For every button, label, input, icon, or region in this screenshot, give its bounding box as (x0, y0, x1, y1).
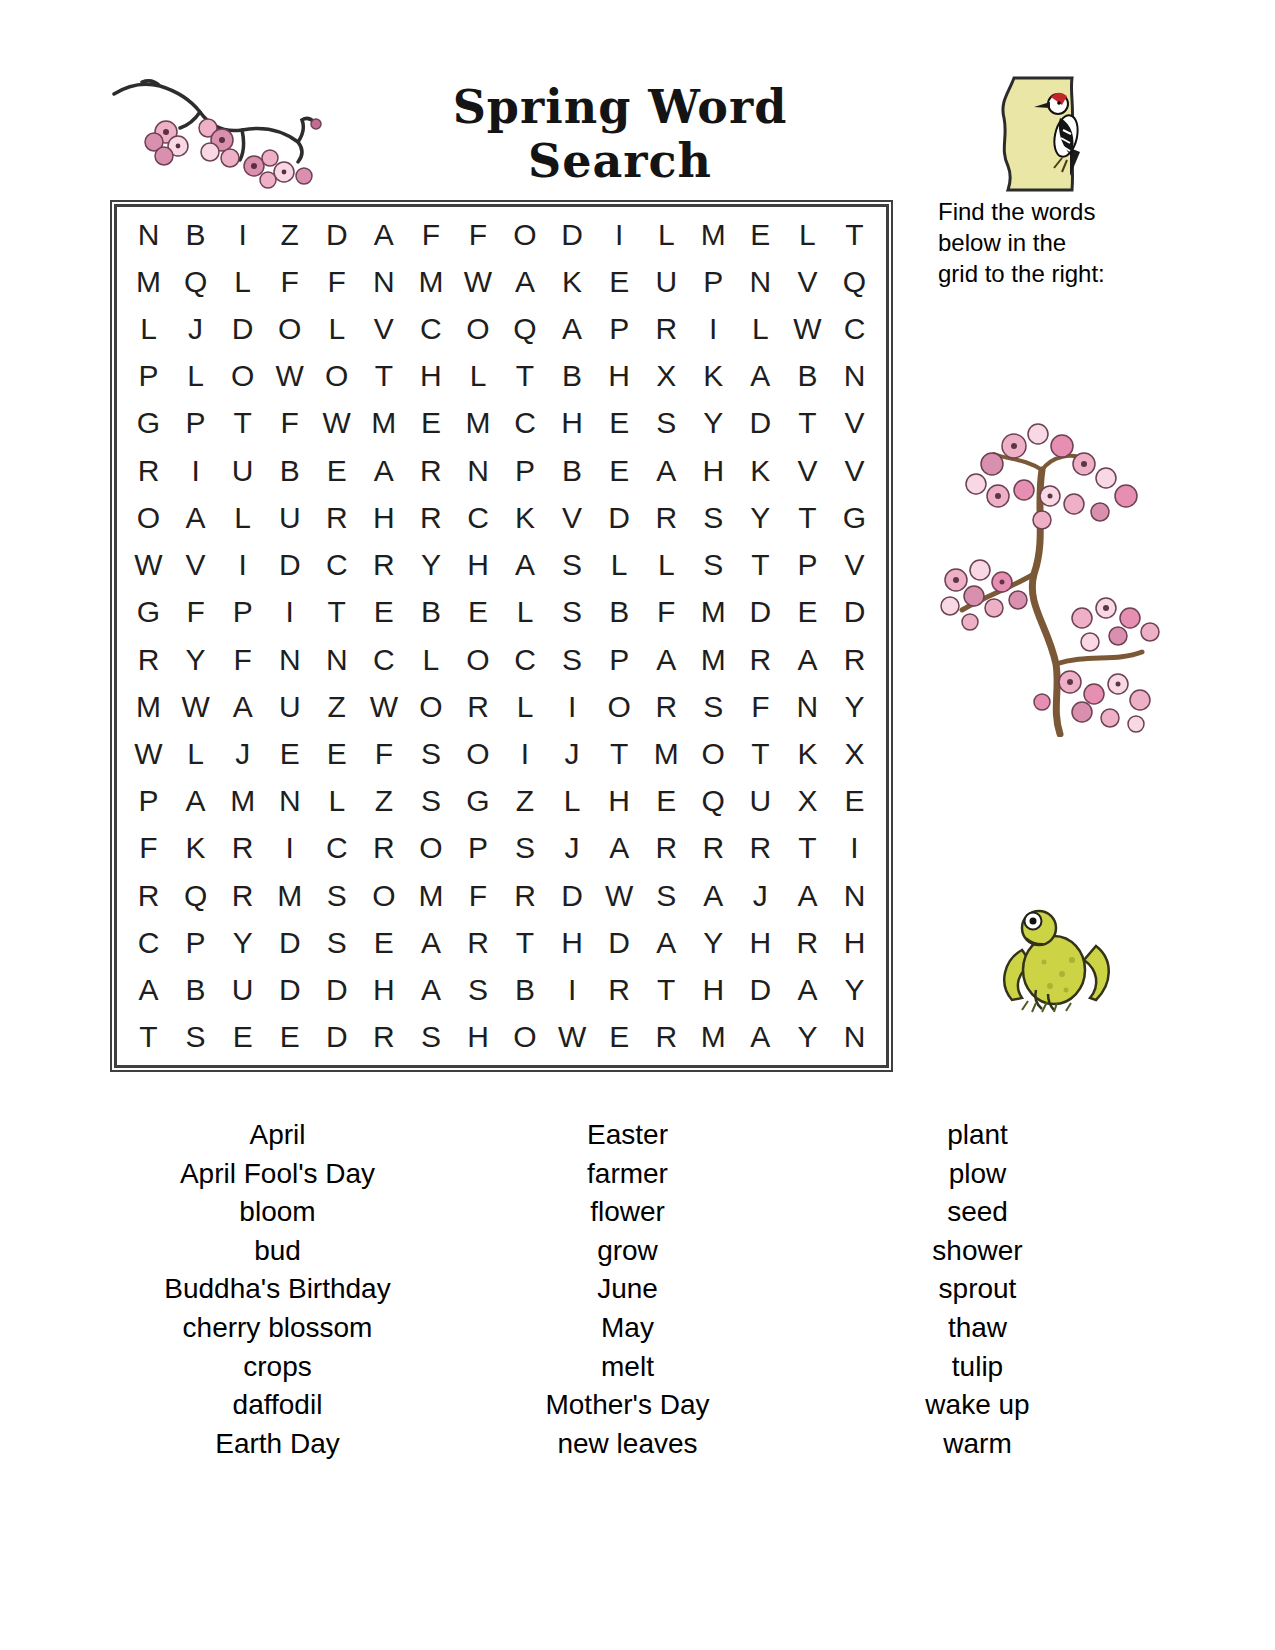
grid-cell-r10c7[interactable]: L (407, 636, 454, 683)
grid-cell-r12c15[interactable]: K (784, 730, 831, 777)
grid-cell-r17c13[interactable]: H (690, 967, 737, 1014)
grid-cell-r17c2[interactable]: B (172, 967, 219, 1014)
grid-cell-r11c11[interactable]: O (596, 683, 643, 730)
grid-cell-r5c2[interactable]: P (172, 400, 219, 447)
grid-cell-r1c5[interactable]: D (313, 211, 360, 258)
grid-cell-r2c10[interactable]: K (549, 258, 596, 305)
grid-cell-r16c4[interactable]: D (266, 919, 313, 966)
grid-cell-r1c2[interactable]: B (172, 211, 219, 258)
grid-cell-r2c7[interactable]: M (407, 258, 454, 305)
grid-cell-r18c9[interactable]: O (502, 1014, 549, 1061)
grid-cell-r15c11[interactable]: W (596, 872, 643, 919)
grid-cell-r3c6[interactable]: V (360, 305, 407, 352)
grid-cell-r5c4[interactable]: F (266, 400, 313, 447)
grid-cell-r2c16[interactable]: Q (831, 258, 878, 305)
grid-cell-r4c5[interactable]: O (313, 353, 360, 400)
grid-cell-r4c4[interactable]: W (266, 353, 313, 400)
grid-cell-r10c3[interactable]: F (219, 636, 266, 683)
grid-cell-r4c11[interactable]: H (596, 353, 643, 400)
word-item: warm (800, 1425, 1155, 1464)
grid-cell-r7c2[interactable]: A (172, 494, 219, 541)
grid-cell-r9c1[interactable]: G (125, 589, 172, 636)
grid-cell-r6c16[interactable]: V (831, 447, 878, 494)
grid-cell-r8c5[interactable]: C (313, 542, 360, 589)
grid-cell-r4c13[interactable]: K (690, 353, 737, 400)
grid-cell-r16c16[interactable]: H (831, 919, 878, 966)
grid-cell-r16c1[interactable]: C (125, 919, 172, 966)
word-item: new leaves (455, 1425, 800, 1464)
grid-cell-r9c13[interactable]: M (690, 589, 737, 636)
grid-cell-r17c10[interactable]: I (549, 967, 596, 1014)
grid-cell-r2c11[interactable]: E (596, 258, 643, 305)
grid-cell-r11c15[interactable]: N (784, 683, 831, 730)
grid-cell-r8c16[interactable]: V (831, 542, 878, 589)
grid-cell-r13c7[interactable]: S (407, 778, 454, 825)
grid-cell-r13c12[interactable]: E (643, 778, 690, 825)
grid-cell-r13c6[interactable]: Z (360, 778, 407, 825)
word-item: April Fool's Day (100, 1155, 455, 1194)
grid-cell-r13c13[interactable]: Q (690, 778, 737, 825)
word-list-column-1: AprilApril Fool's DaybloombudBuddha's Bi… (100, 1116, 455, 1463)
grid-cell-r14c15[interactable]: T (784, 825, 831, 872)
grid-cell-r16c6[interactable]: E (360, 919, 407, 966)
grid-cell-r15c4[interactable]: M (266, 872, 313, 919)
grid-cell-r3c5[interactable]: L (313, 305, 360, 352)
grid-cell-r15c10[interactable]: D (549, 872, 596, 919)
grid-cell-r18c7[interactable]: S (407, 1014, 454, 1061)
grid-cell-r18c4[interactable]: E (266, 1014, 313, 1061)
grid-cell-r10c2[interactable]: Y (172, 636, 219, 683)
grid-cell-r1c4[interactable]: Z (266, 211, 313, 258)
grid-cell-r16c8[interactable]: R (454, 919, 501, 966)
grid-cell-r11c12[interactable]: R (643, 683, 690, 730)
grid-cell-r12c2[interactable]: L (172, 730, 219, 777)
grid-cell-r15c15[interactable]: A (784, 872, 831, 919)
grid-cell-r11c13[interactable]: S (690, 683, 737, 730)
grid-cell-r13c4[interactable]: N (266, 778, 313, 825)
grid-cell-r2c12[interactable]: U (643, 258, 690, 305)
grid-cell-r17c3[interactable]: U (219, 967, 266, 1014)
grid-cell-r3c11[interactable]: P (596, 305, 643, 352)
grid-cell-r17c4[interactable]: D (266, 967, 313, 1014)
grid-cell-r1c1[interactable]: N (125, 211, 172, 258)
grid-cell-r8c10[interactable]: S (549, 542, 596, 589)
grid-cell-r5c3[interactable]: T (219, 400, 266, 447)
grid-cell-r12c11[interactable]: T (596, 730, 643, 777)
grid-cell-r6c3[interactable]: U (219, 447, 266, 494)
grid-cell-r11c8[interactable]: R (454, 683, 501, 730)
grid-cell-r5c16[interactable]: V (831, 400, 878, 447)
grid-cell-r10c16[interactable]: R (831, 636, 878, 683)
grid-cell-r15c13[interactable]: A (690, 872, 737, 919)
frog-illustration (982, 886, 1127, 1014)
grid-cell-r18c2[interactable]: S (172, 1014, 219, 1061)
grid-cell-r7c9[interactable]: K (502, 494, 549, 541)
grid-cell-r9c10[interactable]: S (549, 589, 596, 636)
grid-cell-r7c3[interactable]: L (219, 494, 266, 541)
instructions-text: Find the wordsbelow in thegrid to the ri… (938, 196, 1168, 289)
grid-cell-r3c14[interactable]: L (737, 305, 784, 352)
grid-cell-r11c5[interactable]: Z (313, 683, 360, 730)
grid-cell-r6c9[interactable]: P (502, 447, 549, 494)
grid-cell-r9c16[interactable]: D (831, 589, 878, 636)
grid-cell-r14c13[interactable]: R (690, 825, 737, 872)
grid-cell-r18c5[interactable]: D (313, 1014, 360, 1061)
grid-cell-r4c14[interactable]: A (737, 353, 784, 400)
grid-cell-r12c13[interactable]: O (690, 730, 737, 777)
grid-cell-r10c5[interactable]: N (313, 636, 360, 683)
grid-cell-r3c13[interactable]: I (690, 305, 737, 352)
grid-cell-r3c1[interactable]: L (125, 305, 172, 352)
grid-cell-r8c7[interactable]: Y (407, 542, 454, 589)
grid-cell-r10c1[interactable]: R (125, 636, 172, 683)
grid-cell-r3c12[interactable]: R (643, 305, 690, 352)
word-item: daffodil (100, 1386, 455, 1425)
grid-cell-r8c9[interactable]: A (502, 542, 549, 589)
grid-cell-r18c16[interactable]: N (831, 1014, 878, 1061)
grid-cell-r9c15[interactable]: E (784, 589, 831, 636)
grid-cell-r14c7[interactable]: O (407, 825, 454, 872)
grid-cell-r5c6[interactable]: M (360, 400, 407, 447)
grid-cell-r15c2[interactable]: Q (172, 872, 219, 919)
grid-cell-r8c8[interactable]: H (454, 542, 501, 589)
grid-cell-r13c9[interactable]: Z (502, 778, 549, 825)
grid-cell-r8c6[interactable]: R (360, 542, 407, 589)
grid-cell-r17c5[interactable]: D (313, 967, 360, 1014)
grid-cell-r18c11[interactable]: E (596, 1014, 643, 1061)
grid-cell-r7c13[interactable]: S (690, 494, 737, 541)
grid-cell-r4c2[interactable]: L (172, 353, 219, 400)
grid-cell-r4c15[interactable]: B (784, 353, 831, 400)
grid-cell-r9c5[interactable]: T (313, 589, 360, 636)
grid-cell-r16c7[interactable]: A (407, 919, 454, 966)
grid-cell-r8c11[interactable]: L (596, 542, 643, 589)
grid-cell-r16c5[interactable]: S (313, 919, 360, 966)
grid-cell-r17c14[interactable]: D (737, 967, 784, 1014)
grid-cell-r9c3[interactable]: P (219, 589, 266, 636)
grid-cell-r7c5[interactable]: R (313, 494, 360, 541)
grid-cell-r2c13[interactable]: P (690, 258, 737, 305)
grid-cell-r14c4[interactable]: I (266, 825, 313, 872)
grid-cell-r14c10[interactable]: J (549, 825, 596, 872)
grid-cell-r11c1[interactable]: M (125, 683, 172, 730)
grid-cell-r8c3[interactable]: I (219, 542, 266, 589)
grid-cell-r1c14[interactable]: E (737, 211, 784, 258)
grid-cell-r12c1[interactable]: W (125, 730, 172, 777)
grid-cell-r11c7[interactable]: O (407, 683, 454, 730)
grid-cell-r16c3[interactable]: Y (219, 919, 266, 966)
grid-cell-r13c2[interactable]: A (172, 778, 219, 825)
grid-cell-r4c10[interactable]: B (549, 353, 596, 400)
grid-cell-r15c16[interactable]: N (831, 872, 878, 919)
grid-cell-r15c6[interactable]: O (360, 872, 407, 919)
grid-cell-r6c5[interactable]: E (313, 447, 360, 494)
grid-cell-r9c7[interactable]: B (407, 589, 454, 636)
grid-cell-r14c3[interactable]: R (219, 825, 266, 872)
grid-cell-r17c8[interactable]: S (454, 967, 501, 1014)
grid-cell-r6c10[interactable]: B (549, 447, 596, 494)
grid-cell-r14c12[interactable]: R (643, 825, 690, 872)
grid-cell-r15c5[interactable]: S (313, 872, 360, 919)
grid-cell-r16c15[interactable]: R (784, 919, 831, 966)
grid-cell-r16c11[interactable]: D (596, 919, 643, 966)
grid-cell-r5c10[interactable]: H (549, 400, 596, 447)
grid-cell-r17c16[interactable]: Y (831, 967, 878, 1014)
grid-cell-r13c15[interactable]: X (784, 778, 831, 825)
grid-cell-r2c3[interactable]: L (219, 258, 266, 305)
grid-cell-r12c14[interactable]: T (737, 730, 784, 777)
grid-cell-r17c1[interactable]: A (125, 967, 172, 1014)
grid-cell-r3c8[interactable]: O (454, 305, 501, 352)
grid-cell-r5c14[interactable]: D (737, 400, 784, 447)
word-item: shower (800, 1232, 1155, 1271)
grid-cell-r12c10[interactable]: J (549, 730, 596, 777)
grid-cell-r18c12[interactable]: R (643, 1014, 690, 1061)
grid-cell-r5c1[interactable]: G (125, 400, 172, 447)
grid-cell-r3c10[interactable]: A (549, 305, 596, 352)
grid-cell-r6c13[interactable]: H (690, 447, 737, 494)
grid-cell-r5c12[interactable]: S (643, 400, 690, 447)
grid-cell-r7c6[interactable]: H (360, 494, 407, 541)
grid-cell-r3c2[interactable]: J (172, 305, 219, 352)
grid-cell-r16c13[interactable]: Y (690, 919, 737, 966)
grid-cell-r10c6[interactable]: C (360, 636, 407, 683)
grid-cell-r7c1[interactable]: O (125, 494, 172, 541)
grid-cell-r2c14[interactable]: N (737, 258, 784, 305)
grid-cell-r6c1[interactable]: R (125, 447, 172, 494)
grid-cell-r1c9[interactable]: O (502, 211, 549, 258)
grid-cell-r3c15[interactable]: W (784, 305, 831, 352)
grid-cell-r12c3[interactable]: J (219, 730, 266, 777)
grid-cell-r12c12[interactable]: M (643, 730, 690, 777)
grid-cell-r8c4[interactable]: D (266, 542, 313, 589)
grid-cell-r14c1[interactable]: F (125, 825, 172, 872)
grid-cell-r12c16[interactable]: X (831, 730, 878, 777)
grid-cell-r18c6[interactable]: R (360, 1014, 407, 1061)
grid-cell-r13c3[interactable]: M (219, 778, 266, 825)
grid-cell-r12c8[interactable]: O (454, 730, 501, 777)
grid-cell-r18c3[interactable]: E (219, 1014, 266, 1061)
grid-cell-r12c5[interactable]: E (313, 730, 360, 777)
grid-cell-r1c7[interactable]: F (407, 211, 454, 258)
grid-cell-r5c9[interactable]: C (502, 400, 549, 447)
grid-cell-r15c9[interactable]: R (502, 872, 549, 919)
grid-cell-r14c11[interactable]: A (596, 825, 643, 872)
grid-cell-r2c15[interactable]: V (784, 258, 831, 305)
grid-cell-r5c11[interactable]: E (596, 400, 643, 447)
grid-cell-r17c9[interactable]: B (502, 967, 549, 1014)
grid-cell-r9c6[interactable]: E (360, 589, 407, 636)
grid-cell-r15c12[interactable]: S (643, 872, 690, 919)
grid-cell-r13c10[interactable]: L (549, 778, 596, 825)
grid-cell-r6c15[interactable]: V (784, 447, 831, 494)
grid-cell-r4c8[interactable]: L (454, 353, 501, 400)
grid-cell-r6c12[interactable]: A (643, 447, 690, 494)
grid-cell-r10c14[interactable]: R (737, 636, 784, 683)
grid-cell-r11c10[interactable]: I (549, 683, 596, 730)
grid-cell-r8c2[interactable]: V (172, 542, 219, 589)
grid-cell-r12c6[interactable]: F (360, 730, 407, 777)
grid-cell-r15c1[interactable]: R (125, 872, 172, 919)
grid-cell-r2c2[interactable]: Q (172, 258, 219, 305)
grid-cell-r9c8[interactable]: E (454, 589, 501, 636)
grid-cell-r7c7[interactable]: R (407, 494, 454, 541)
grid-cell-r16c9[interactable]: T (502, 919, 549, 966)
grid-cell-r4c3[interactable]: O (219, 353, 266, 400)
grid-cell-r3c7[interactable]: C (407, 305, 454, 352)
grid-cell-r8c1[interactable]: W (125, 542, 172, 589)
grid-cell-r18c13[interactable]: M (690, 1014, 737, 1061)
grid-cell-r10c12[interactable]: A (643, 636, 690, 683)
grid-cell-r18c8[interactable]: H (454, 1014, 501, 1061)
grid-cell-r5c15[interactable]: T (784, 400, 831, 447)
grid-cell-r10c11[interactable]: P (596, 636, 643, 683)
grid-cell-r11c14[interactable]: F (737, 683, 784, 730)
grid-cell-r7c8[interactable]: C (454, 494, 501, 541)
grid-cell-r11c16[interactable]: Y (831, 683, 878, 730)
grid-cell-r14c14[interactable]: R (737, 825, 784, 872)
grid-cell-r1c6[interactable]: A (360, 211, 407, 258)
grid-cell-r11c9[interactable]: L (502, 683, 549, 730)
grid-cell-r17c15[interactable]: A (784, 967, 831, 1014)
grid-cell-r9c14[interactable]: D (737, 589, 784, 636)
grid-cell-r5c7[interactable]: E (407, 400, 454, 447)
grid-cell-r7c16[interactable]: G (831, 494, 878, 541)
grid-cell-r17c11[interactable]: R (596, 967, 643, 1014)
word-item: crops (100, 1348, 455, 1387)
grid-cell-r6c2[interactable]: I (172, 447, 219, 494)
grid-cell-r15c14[interactable]: J (737, 872, 784, 919)
grid-cell-r6c6[interactable]: A (360, 447, 407, 494)
grid-cell-r1c3[interactable]: I (219, 211, 266, 258)
grid-cell-r13c16[interactable]: E (831, 778, 878, 825)
grid-cell-r10c9[interactable]: C (502, 636, 549, 683)
grid-cell-r14c9[interactable]: S (502, 825, 549, 872)
grid-cell-r14c5[interactable]: C (313, 825, 360, 872)
grid-cell-r15c3[interactable]: R (219, 872, 266, 919)
grid-cell-r12c4[interactable]: E (266, 730, 313, 777)
grid-cell-r2c4[interactable]: F (266, 258, 313, 305)
grid-cell-r3c16[interactable]: C (831, 305, 878, 352)
grid-cell-r3c3[interactable]: D (219, 305, 266, 352)
grid-cell-r8c12[interactable]: L (643, 542, 690, 589)
grid-cell-r4c1[interactable]: P (125, 353, 172, 400)
grid-cell-r13c8[interactable]: G (454, 778, 501, 825)
grid-cell-r10c8[interactable]: O (454, 636, 501, 683)
grid-cell-r18c1[interactable]: T (125, 1014, 172, 1061)
grid-cell-r17c6[interactable]: H (360, 967, 407, 1014)
grid-cell-r11c4[interactable]: U (266, 683, 313, 730)
grid-cell-r10c15[interactable]: A (784, 636, 831, 683)
grid-cell-r9c4[interactable]: I (266, 589, 313, 636)
grid-cell-r7c14[interactable]: Y (737, 494, 784, 541)
grid-cell-r15c7[interactable]: M (407, 872, 454, 919)
grid-cell-r14c6[interactable]: R (360, 825, 407, 872)
grid-cell-r6c7[interactable]: R (407, 447, 454, 494)
grid-cell-r8c14[interactable]: T (737, 542, 784, 589)
grid-cell-r18c15[interactable]: Y (784, 1014, 831, 1061)
grid-cell-r13c14[interactable]: U (737, 778, 784, 825)
grid-cell-r18c14[interactable]: A (737, 1014, 784, 1061)
grid-cell-r11c2[interactable]: W (172, 683, 219, 730)
grid-cell-r17c12[interactable]: T (643, 967, 690, 1014)
grid-cell-r12c7[interactable]: S (407, 730, 454, 777)
grid-cell-r6c4[interactable]: B (266, 447, 313, 494)
grid-cell-r11c3[interactable]: A (219, 683, 266, 730)
grid-cell-r13c11[interactable]: H (596, 778, 643, 825)
grid-cell-r11c6[interactable]: W (360, 683, 407, 730)
grid-cell-r7c11[interactable]: D (596, 494, 643, 541)
grid-cell-r3c9[interactable]: Q (502, 305, 549, 352)
grid-cell-r4c16[interactable]: N (831, 353, 878, 400)
grid-cell-r16c10[interactable]: H (549, 919, 596, 966)
grid-cell-r16c2[interactable]: P (172, 919, 219, 966)
grid-cell-r9c9[interactable]: L (502, 589, 549, 636)
grid-cell-r8c13[interactable]: S (690, 542, 737, 589)
grid-cell-r5c8[interactable]: M (454, 400, 501, 447)
grid-cell-r2c9[interactable]: A (502, 258, 549, 305)
grid-cell-r13c5[interactable]: L (313, 778, 360, 825)
grid-cell-r17c7[interactable]: A (407, 967, 454, 1014)
grid-cell-r7c12[interactable]: R (643, 494, 690, 541)
grid-cell-r5c5[interactable]: W (313, 400, 360, 447)
grid-cell-r1c8[interactable]: F (454, 211, 501, 258)
woodpecker-illustration (972, 74, 1112, 192)
grid-cell-r4c6[interactable]: T (360, 353, 407, 400)
grid-cell-r1c12[interactable]: L (643, 211, 690, 258)
grid-cell-r2c6[interactable]: N (360, 258, 407, 305)
grid-cell-r10c4[interactable]: N (266, 636, 313, 683)
grid-cell-r5c13[interactable]: Y (690, 400, 737, 447)
grid-cell-r4c9[interactable]: T (502, 353, 549, 400)
grid-cell-r1c11[interactable]: I (596, 211, 643, 258)
grid-cell-r8c15[interactable]: P (784, 542, 831, 589)
grid-cell-r9c12[interactable]: F (643, 589, 690, 636)
grid-cell-r6c14[interactable]: K (737, 447, 784, 494)
grid-cell-r14c8[interactable]: P (454, 825, 501, 872)
grid-cell-r9c2[interactable]: F (172, 589, 219, 636)
grid-cell-r6c11[interactable]: E (596, 447, 643, 494)
grid-cell-r10c10[interactable]: S (549, 636, 596, 683)
grid-cell-r14c16[interactable]: I (831, 825, 878, 872)
grid-cell-r2c5[interactable]: F (313, 258, 360, 305)
grid-cell-r1c16[interactable]: T (831, 211, 878, 258)
grid-cell-r3c4[interactable]: O (266, 305, 313, 352)
grid-cell-r6c8[interactable]: N (454, 447, 501, 494)
grid-cell-r12c9[interactable]: I (502, 730, 549, 777)
grid-cell-r16c12[interactable]: A (643, 919, 690, 966)
grid-cell-r2c1[interactable]: M (125, 258, 172, 305)
grid-cell-r1c15[interactable]: L (784, 211, 831, 258)
grid-cell-r15c8[interactable]: F (454, 872, 501, 919)
grid-cell-r14c2[interactable]: K (172, 825, 219, 872)
grid-cell-r18c10[interactable]: W (549, 1014, 596, 1061)
grid-cell-r7c10[interactable]: V (549, 494, 596, 541)
word-search-grid: NBIZDAFFODILMELTMQLFFNMWAKEUPNVQLJDOLVCO… (125, 211, 878, 1061)
grid-cell-r9c11[interactable]: B (596, 589, 643, 636)
grid-cell-r13c1[interactable]: P (125, 778, 172, 825)
grid-cell-r2c8[interactable]: W (454, 258, 501, 305)
grid-cell-r10c13[interactable]: M (690, 636, 737, 683)
grid-cell-r1c10[interactable]: D (549, 211, 596, 258)
grid-cell-r1c13[interactable]: M (690, 211, 737, 258)
grid-cell-r4c7[interactable]: H (407, 353, 454, 400)
grid-cell-r7c4[interactable]: U (266, 494, 313, 541)
grid-cell-r4c12[interactable]: X (643, 353, 690, 400)
word-item: June (455, 1270, 800, 1309)
grid-cell-r16c14[interactable]: H (737, 919, 784, 966)
grid-cell-r7c15[interactable]: T (784, 494, 831, 541)
